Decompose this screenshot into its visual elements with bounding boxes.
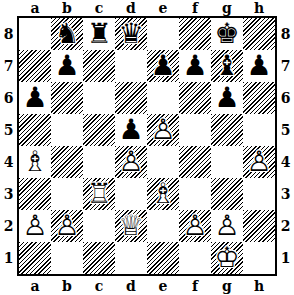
file-label-f: f [179,277,211,295]
square-d1[interactable] [115,242,147,274]
square-e1[interactable] [147,242,179,274]
square-e8[interactable] [147,18,179,50]
square-b5[interactable] [51,114,83,146]
square-f6[interactable] [179,82,211,114]
square-a4[interactable]: ♝♗ [19,146,51,178]
rank-label-3: 3 [277,178,294,210]
square-c4[interactable] [83,146,115,178]
black-rook-c8: ♜ [83,18,115,50]
white-bishop-a4: ♝♗ [19,146,51,178]
square-h1[interactable] [243,242,275,274]
square-b8[interactable]: ♞ [51,18,83,50]
square-h8[interactable] [243,18,275,50]
black-king-g8: ♚ [211,18,243,50]
square-h5[interactable] [243,114,275,146]
square-d5[interactable]: ♟ [115,114,147,146]
square-d7[interactable] [115,50,147,82]
rank-label-8: 8 [277,18,294,50]
square-c6[interactable] [83,82,115,114]
white-bishop-e3-outline: ♗ [147,178,179,210]
square-d4[interactable]: ♟♙ [115,146,147,178]
rank-label-7: 7 [277,50,294,82]
rank-label-5: 5 [0,114,17,146]
rank-label-1: 1 [277,242,294,274]
chess-board: ♞♜♛♚♟♟♟♝♟♟♟♟♟♙♝♗♟♙♟♙♜♖♝♗♟♙♟♙♛♕♟♙♟♙♚♔ [17,16,277,276]
square-a2[interactable]: ♟♙ [19,210,51,242]
black-pawn-b7: ♟ [51,50,83,82]
white-pawn-e5: ♟♙ [147,114,179,146]
square-b6[interactable] [51,82,83,114]
square-e4[interactable] [147,146,179,178]
square-f7[interactable]: ♟ [179,50,211,82]
square-b3[interactable] [51,178,83,210]
white-pawn-a2-outline: ♙ [19,210,51,242]
file-label-b: b [51,277,83,295]
rank-label-8: 8 [0,18,17,50]
black-knight-b8: ♞ [51,18,83,50]
file-labels-bottom: abcdefgh [19,277,275,295]
chess-diagram: abcdefgh 87654321 ♞♜♛♚♟♟♟♝♟♟♟♟♟♙♝♗♟♙♟♙♜♖… [0,0,294,295]
white-pawn-e5-outline: ♙ [147,114,179,146]
square-f5[interactable] [179,114,211,146]
white-pawn-d4-outline: ♙ [115,146,147,178]
white-bishop-e3: ♝♗ [147,178,179,210]
black-pawn-h7: ♟ [243,50,275,82]
black-pawn-g6: ♟ [211,82,243,114]
square-c1[interactable] [83,242,115,274]
square-g4[interactable] [211,146,243,178]
file-label-f: f [179,0,211,16]
square-h7[interactable]: ♟ [243,50,275,82]
square-g1[interactable]: ♚♔ [211,242,243,274]
square-g2[interactable]: ♟♙ [211,210,243,242]
square-e2[interactable] [147,210,179,242]
white-pawn-h4-outline: ♙ [243,146,275,178]
square-b4[interactable] [51,146,83,178]
square-a6[interactable]: ♟ [19,82,51,114]
square-g6[interactable]: ♟ [211,82,243,114]
square-f3[interactable] [179,178,211,210]
file-label-a: a [19,277,51,295]
square-c5[interactable] [83,114,115,146]
white-pawn-g2-outline: ♙ [211,210,243,242]
white-rook-c3: ♜♖ [83,178,115,210]
square-e6[interactable] [147,82,179,114]
white-queen-d2: ♛♕ [115,210,147,242]
white-pawn-f2: ♟♙ [179,210,211,242]
square-a5[interactable] [19,114,51,146]
square-a8[interactable] [19,18,51,50]
square-b1[interactable] [51,242,83,274]
white-pawn-h4: ♟♙ [243,146,275,178]
square-g3[interactable] [211,178,243,210]
white-pawn-b2: ♟♙ [51,210,83,242]
square-h3[interactable] [243,178,275,210]
rank-labels-left: 87654321 [0,18,17,274]
black-pawn-a6: ♟ [19,82,51,114]
file-label-g: g [211,0,243,16]
square-f8[interactable] [179,18,211,50]
square-c8[interactable]: ♜ [83,18,115,50]
square-g8[interactable]: ♚ [211,18,243,50]
rank-label-5: 5 [277,114,294,146]
rank-label-6: 6 [0,82,17,114]
file-label-d: d [115,0,147,16]
white-rook-c3-outline: ♖ [83,178,115,210]
square-a3[interactable] [19,178,51,210]
file-label-a: a [19,0,51,16]
square-h2[interactable] [243,210,275,242]
square-h4[interactable]: ♟♙ [243,146,275,178]
file-label-b: b [51,0,83,16]
square-c3[interactable]: ♜♖ [83,178,115,210]
black-queen-d8: ♛ [115,18,147,50]
square-e5[interactable]: ♟♙ [147,114,179,146]
rank-label-3: 3 [0,178,17,210]
white-bishop-a4-outline: ♗ [19,146,51,178]
square-d2[interactable]: ♛♕ [115,210,147,242]
file-label-d: d [115,277,147,295]
file-labels-top: abcdefgh [19,0,275,16]
white-king-g1-outline: ♔ [211,242,243,274]
file-label-h: h [243,0,275,16]
square-f4[interactable] [179,146,211,178]
white-pawn-f2-outline: ♙ [179,210,211,242]
square-g5[interactable] [211,114,243,146]
rank-label-2: 2 [0,210,17,242]
file-label-e: e [147,277,179,295]
square-f2[interactable]: ♟♙ [179,210,211,242]
rank-label-2: 2 [277,210,294,242]
rank-label-4: 4 [277,146,294,178]
square-e7[interactable]: ♟ [147,50,179,82]
white-pawn-d4: ♟♙ [115,146,147,178]
rank-labels-right: 87654321 [277,18,294,274]
square-a7[interactable] [19,50,51,82]
square-h6[interactable] [243,82,275,114]
square-c7[interactable] [83,50,115,82]
rank-label-4: 4 [0,146,17,178]
square-d8[interactable]: ♛ [115,18,147,50]
file-label-c: c [83,0,115,16]
square-f1[interactable] [179,242,211,274]
square-d3[interactable] [115,178,147,210]
square-a1[interactable] [19,242,51,274]
file-label-g: g [211,277,243,295]
file-label-c: c [83,277,115,295]
white-pawn-a2: ♟♙ [19,210,51,242]
square-b2[interactable]: ♟♙ [51,210,83,242]
white-queen-d2-outline: ♕ [115,210,147,242]
square-d6[interactable] [115,82,147,114]
white-king-g1: ♚♔ [211,242,243,274]
rank-label-6: 6 [277,82,294,114]
file-label-h: h [243,277,275,295]
white-pawn-b2-outline: ♙ [51,210,83,242]
black-pawn-f7: ♟ [179,50,211,82]
white-pawn-g2: ♟♙ [211,210,243,242]
rank-label-7: 7 [0,50,17,82]
square-g7[interactable]: ♝ [211,50,243,82]
square-e3[interactable]: ♝♗ [147,178,179,210]
rank-label-1: 1 [0,242,17,274]
black-bishop-g7: ♝ [211,50,243,82]
square-b7[interactable]: ♟ [51,50,83,82]
black-pawn-e7: ♟ [147,50,179,82]
black-pawn-d5: ♟ [115,114,147,146]
file-label-e: e [147,0,179,16]
square-c2[interactable] [83,210,115,242]
